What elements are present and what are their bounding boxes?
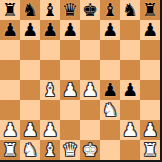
square-c3[interactable] xyxy=(40,100,60,120)
square-a3[interactable] xyxy=(0,100,20,120)
white-rook[interactable]: ♜ xyxy=(2,140,18,160)
square-e1[interactable]: ♚ xyxy=(80,140,100,160)
square-h7[interactable]: ♟ xyxy=(140,20,160,40)
black-pawn[interactable]: ♟ xyxy=(22,20,38,40)
black-bishop[interactable]: ♝ xyxy=(102,0,118,20)
square-f7[interactable]: ♟ xyxy=(100,20,120,40)
chess-board-window: ♜♞♝♛♚♝♞♜♟♟♟♟♟♟♝♟♟♟♟♞♟♟♟♟♟♜♞♝♛♚♜ xyxy=(0,0,162,162)
square-d2[interactable] xyxy=(60,120,80,140)
white-knight[interactable]: ♞ xyxy=(102,100,118,120)
square-e5[interactable] xyxy=(80,60,100,80)
square-d6[interactable] xyxy=(60,40,80,60)
white-queen[interactable]: ♛ xyxy=(62,140,78,160)
square-f5[interactable] xyxy=(100,60,120,80)
square-d1[interactable]: ♛ xyxy=(60,140,80,160)
square-h5[interactable] xyxy=(140,60,160,80)
white-pawn[interactable]: ♟ xyxy=(122,120,138,140)
square-b6[interactable] xyxy=(20,40,40,60)
square-g5[interactable] xyxy=(120,60,140,80)
square-c6[interactable] xyxy=(40,40,60,60)
black-rook[interactable]: ♜ xyxy=(142,0,158,20)
black-pawn[interactable]: ♟ xyxy=(122,80,138,100)
square-f3[interactable]: ♞ xyxy=(100,100,120,120)
square-a8[interactable]: ♜ xyxy=(0,0,20,20)
square-g7[interactable] xyxy=(120,20,140,40)
square-h1[interactable]: ♜ xyxy=(140,140,160,160)
square-b8[interactable]: ♞ xyxy=(20,0,40,20)
square-f6[interactable] xyxy=(100,40,120,60)
square-b7[interactable]: ♟ xyxy=(20,20,40,40)
square-d4[interactable]: ♟ xyxy=(60,80,80,100)
square-a5[interactable] xyxy=(0,60,20,80)
black-pawn[interactable]: ♟ xyxy=(62,20,78,40)
square-f2[interactable] xyxy=(100,120,120,140)
black-pawn[interactable]: ♟ xyxy=(102,80,118,100)
black-knight[interactable]: ♞ xyxy=(122,0,138,20)
white-bishop[interactable]: ♝ xyxy=(42,140,58,160)
square-f1[interactable] xyxy=(100,140,120,160)
square-g3[interactable] xyxy=(120,100,140,120)
square-d8[interactable]: ♛ xyxy=(60,0,80,20)
square-g4[interactable]: ♟ xyxy=(120,80,140,100)
black-pawn[interactable]: ♟ xyxy=(142,20,158,40)
square-b3[interactable] xyxy=(20,100,40,120)
black-king[interactable]: ♚ xyxy=(82,0,98,20)
black-queen[interactable]: ♛ xyxy=(62,0,78,20)
square-c4[interactable]: ♝ xyxy=(40,80,60,100)
square-c1[interactable]: ♝ xyxy=(40,140,60,160)
square-e4[interactable]: ♟ xyxy=(80,80,100,100)
black-bishop[interactable]: ♝ xyxy=(42,0,58,20)
square-h4[interactable] xyxy=(140,80,160,100)
square-a7[interactable]: ♟ xyxy=(0,20,20,40)
square-e7[interactable] xyxy=(80,20,100,40)
white-pawn[interactable]: ♟ xyxy=(42,120,58,140)
white-pawn[interactable]: ♟ xyxy=(2,120,18,140)
square-e6[interactable] xyxy=(80,40,100,60)
square-g1[interactable] xyxy=(120,140,140,160)
black-knight[interactable]: ♞ xyxy=(22,0,38,20)
white-knight[interactable]: ♞ xyxy=(22,140,38,160)
square-c2[interactable]: ♟ xyxy=(40,120,60,140)
square-c7[interactable]: ♟ xyxy=(40,20,60,40)
square-a2[interactable]: ♟ xyxy=(0,120,20,140)
square-a6[interactable] xyxy=(0,40,20,60)
square-e8[interactable]: ♚ xyxy=(80,0,100,20)
square-b1[interactable]: ♞ xyxy=(20,140,40,160)
square-e3[interactable] xyxy=(80,100,100,120)
white-pawn[interactable]: ♟ xyxy=(22,120,38,140)
white-pawn[interactable]: ♟ xyxy=(142,120,158,140)
square-g8[interactable]: ♞ xyxy=(120,0,140,20)
square-c8[interactable]: ♝ xyxy=(40,0,60,20)
white-pawn[interactable]: ♟ xyxy=(82,80,98,100)
square-d3[interactable] xyxy=(60,100,80,120)
black-rook[interactable]: ♜ xyxy=(2,0,18,20)
square-d5[interactable] xyxy=(60,60,80,80)
square-b4[interactable] xyxy=(20,80,40,100)
square-a1[interactable]: ♜ xyxy=(0,140,20,160)
square-c5[interactable] xyxy=(40,60,60,80)
white-pawn[interactable]: ♟ xyxy=(62,80,78,100)
square-e2[interactable] xyxy=(80,120,100,140)
square-b2[interactable]: ♟ xyxy=(20,120,40,140)
square-g6[interactable] xyxy=(120,40,140,60)
square-a4[interactable] xyxy=(0,80,20,100)
square-h8[interactable]: ♜ xyxy=(140,0,160,20)
black-pawn[interactable]: ♟ xyxy=(42,20,58,40)
square-f4[interactable]: ♟ xyxy=(100,80,120,100)
square-f8[interactable]: ♝ xyxy=(100,0,120,20)
square-d7[interactable]: ♟ xyxy=(60,20,80,40)
square-g2[interactable]: ♟ xyxy=(120,120,140,140)
square-h3[interactable] xyxy=(140,100,160,120)
black-pawn[interactable]: ♟ xyxy=(102,20,118,40)
square-h6[interactable] xyxy=(140,40,160,60)
square-h2[interactable]: ♟ xyxy=(140,120,160,140)
square-b5[interactable] xyxy=(20,60,40,80)
white-rook[interactable]: ♜ xyxy=(142,140,158,160)
chess-board: ♜♞♝♛♚♝♞♜♟♟♟♟♟♟♝♟♟♟♟♞♟♟♟♟♟♜♞♝♛♚♜ xyxy=(0,0,162,162)
white-king[interactable]: ♚ xyxy=(82,140,98,160)
black-pawn[interactable]: ♟ xyxy=(2,20,18,40)
white-bishop[interactable]: ♝ xyxy=(42,80,58,100)
